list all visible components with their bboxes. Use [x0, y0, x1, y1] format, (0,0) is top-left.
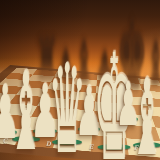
file-label-c: C: [3, 138, 8, 145]
chess-photo-scene: ♜ ♟ ♝ ♟ ♚ ♝ ♟ ♝ ♟ ♛ ♟ ♚ ♟ ♝ C D E F: [0, 0, 160, 160]
file-label-d: D: [46, 141, 52, 148]
file-label-f: F: [134, 145, 139, 152]
file-label-e: E: [89, 144, 94, 151]
